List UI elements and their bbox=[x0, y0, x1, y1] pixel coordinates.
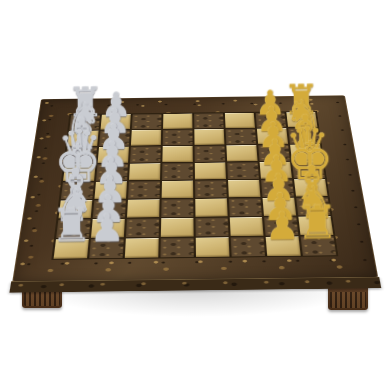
piece-glyph[interactable]: ♟ bbox=[90, 209, 125, 248]
pieces-layer: ♜♞♝♛♚♝♞♜♟♟♟♟♟♟♟♟♟♟♟♟♟♟♟♟♜♞♝♛♚♝♞♜ bbox=[12, 95, 378, 281]
piece-glyph[interactable]: ♜ bbox=[296, 199, 338, 245]
product-photo-canvas: ♜♞♝♛♚♝♞♜♟♟♟♟♟♟♟♟♟♟♟♟♟♟♟♟♜♞♝♛♚♝♞♜ bbox=[0, 0, 390, 390]
piece-glyph[interactable]: ♜ bbox=[51, 202, 93, 248]
piece-glyph[interactable]: ♟ bbox=[265, 207, 300, 246]
chessboard: ♜♞♝♛♚♝♞♜♟♟♟♟♟♟♟♟♟♟♟♟♟♟♟♟♜♞♝♛♚♝♞♜ bbox=[12, 95, 378, 281]
